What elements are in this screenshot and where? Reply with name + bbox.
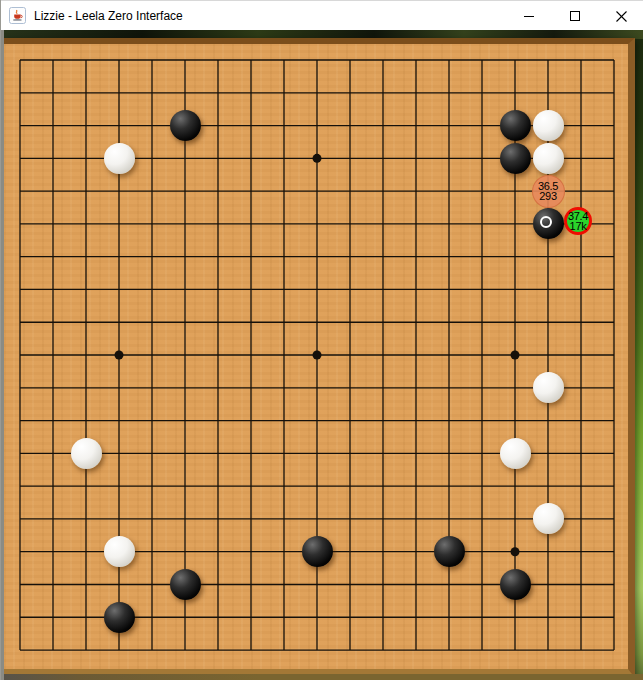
java-coffee-cup-icon[interactable]	[9, 7, 26, 24]
stone-white-D4	[104, 536, 135, 567]
close-icon	[615, 10, 628, 23]
stone-white-R5	[533, 503, 564, 534]
best-move-suggestion-S14[interactable]: 37.417k	[564, 207, 592, 235]
stone-black-Q16	[500, 143, 531, 174]
minimize-button[interactable]	[506, 1, 552, 31]
stone-white-Q7	[500, 438, 531, 469]
stone-black-R14	[533, 208, 564, 239]
maximize-icon	[569, 10, 581, 22]
close-button[interactable]	[598, 1, 643, 31]
last-move-marker	[540, 216, 552, 228]
lizzie-window: Lizzie - Leela Zero Interface 36.529337.…	[0, 0, 643, 680]
stone-black-Q17	[500, 110, 531, 141]
titlebar: Lizzie - Leela Zero Interface	[1, 0, 643, 30]
stone-white-C7	[71, 438, 102, 469]
stone-white-R9	[533, 372, 564, 403]
visits-value: 293	[539, 191, 556, 201]
stone-black-Q3	[500, 569, 531, 600]
stone-black-F3	[170, 569, 201, 600]
visits-value: 17k	[570, 221, 587, 231]
background-strip-bottom	[1, 674, 643, 680]
background-strip-left	[1, 30, 4, 680]
stone-black-K4	[302, 536, 333, 567]
candidate-move-R15[interactable]: 36.5293	[532, 175, 565, 208]
stone-black-D2	[104, 602, 135, 633]
stone-black-O4	[434, 536, 465, 567]
stone-black-F17	[170, 110, 201, 141]
stone-white-D16	[104, 143, 135, 174]
board-area: 36.529337.417k	[1, 30, 643, 680]
minimize-icon	[523, 10, 535, 22]
maximize-button[interactable]	[552, 1, 598, 31]
window-title: Lizzie - Leela Zero Interface	[34, 9, 183, 23]
window-controls	[506, 1, 643, 31]
stone-white-R16	[533, 143, 564, 174]
stone-white-R17	[533, 110, 564, 141]
